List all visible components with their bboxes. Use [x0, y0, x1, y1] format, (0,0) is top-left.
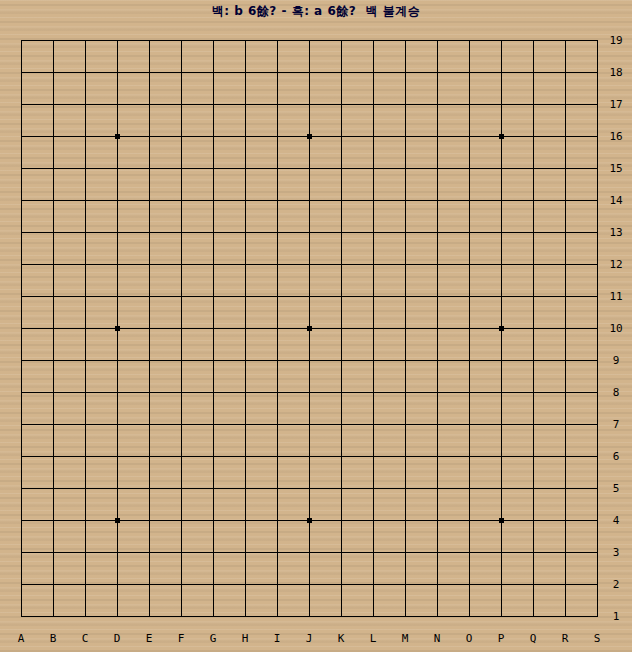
board-cell[interactable]: [453, 600, 485, 632]
board-cell[interactable]: [101, 312, 133, 344]
board-cell[interactable]: [229, 88, 261, 120]
board-cell[interactable]: [229, 376, 261, 408]
board-cell[interactable]: [549, 472, 581, 504]
board-cell[interactable]: [261, 440, 293, 472]
board-cell[interactable]: [101, 216, 133, 248]
board-cell[interactable]: [5, 152, 37, 184]
board-cell[interactable]: [261, 376, 293, 408]
board-cell[interactable]: [517, 120, 549, 152]
board-cell[interactable]: [101, 600, 133, 632]
board-cell[interactable]: [37, 600, 69, 632]
board-cell[interactable]: [101, 376, 133, 408]
board-cell[interactable]: [37, 568, 69, 600]
board-cell[interactable]: [197, 216, 229, 248]
board-cell[interactable]: [165, 408, 197, 440]
board-cell[interactable]: [229, 504, 261, 536]
board-cell[interactable]: [389, 280, 421, 312]
board-cell[interactable]: [197, 376, 229, 408]
board-cell[interactable]: [421, 600, 453, 632]
board-cell[interactable]: [453, 88, 485, 120]
board-cell[interactable]: [261, 88, 293, 120]
board-cell[interactable]: [517, 408, 549, 440]
board-cell[interactable]: [229, 56, 261, 88]
board-cell[interactable]: [101, 568, 133, 600]
board-cell[interactable]: [101, 120, 133, 152]
board-cell[interactable]: [165, 472, 197, 504]
board-cell[interactable]: [229, 408, 261, 440]
board-cell[interactable]: [485, 408, 517, 440]
board-cell[interactable]: [37, 152, 69, 184]
board-cell[interactable]: [389, 440, 421, 472]
board-cell[interactable]: [165, 344, 197, 376]
board-cell[interactable]: [549, 152, 581, 184]
board-cell[interactable]: [485, 88, 517, 120]
board-cell[interactable]: [261, 568, 293, 600]
board-cell[interactable]: [133, 440, 165, 472]
board-cell[interactable]: [165, 440, 197, 472]
board-cell[interactable]: [357, 88, 389, 120]
board-cell[interactable]: [197, 56, 229, 88]
board-cell[interactable]: [453, 280, 485, 312]
board-cell[interactable]: [293, 408, 325, 440]
board-cell[interactable]: [421, 56, 453, 88]
board-cell[interactable]: [229, 184, 261, 216]
board-cell[interactable]: [69, 312, 101, 344]
board-cell[interactable]: [133, 280, 165, 312]
board-cell[interactable]: [293, 56, 325, 88]
board-cell[interactable]: [261, 504, 293, 536]
board-cell[interactable]: [453, 568, 485, 600]
board-cell[interactable]: [37, 120, 69, 152]
board-cell[interactable]: [5, 24, 37, 56]
board-cell[interactable]: [37, 248, 69, 280]
board-cell[interactable]: [357, 344, 389, 376]
board-cell[interactable]: [37, 408, 69, 440]
board-cell[interactable]: [37, 312, 69, 344]
board-cell[interactable]: [101, 184, 133, 216]
board-cell[interactable]: [453, 56, 485, 88]
board-cell[interactable]: [517, 440, 549, 472]
board-cell[interactable]: [5, 88, 37, 120]
board-cell[interactable]: [549, 280, 581, 312]
board-cell[interactable]: [549, 408, 581, 440]
board-cell[interactable]: [165, 312, 197, 344]
board-cell[interactable]: [485, 216, 517, 248]
board-cell[interactable]: [517, 24, 549, 56]
board-cell[interactable]: [197, 280, 229, 312]
board-cell[interactable]: [421, 376, 453, 408]
board-cell[interactable]: [517, 248, 549, 280]
board-cell[interactable]: [101, 440, 133, 472]
board-cell[interactable]: [37, 344, 69, 376]
board-cell[interactable]: [421, 216, 453, 248]
board-cell[interactable]: [389, 376, 421, 408]
board-cell[interactable]: [261, 216, 293, 248]
board-cell[interactable]: [165, 248, 197, 280]
board-cell[interactable]: [133, 56, 165, 88]
board-cell[interactable]: [421, 408, 453, 440]
board-cell[interactable]: [37, 440, 69, 472]
board-cell[interactable]: [325, 88, 357, 120]
board-cell[interactable]: [293, 472, 325, 504]
board-cell[interactable]: [453, 312, 485, 344]
board-cell[interactable]: [293, 504, 325, 536]
board-cell[interactable]: [453, 472, 485, 504]
board-cell[interactable]: [5, 216, 37, 248]
board-cell[interactable]: [133, 344, 165, 376]
board-cell[interactable]: [421, 280, 453, 312]
board-cell[interactable]: [101, 536, 133, 568]
board-cell[interactable]: [389, 504, 421, 536]
board-cell[interactable]: [5, 184, 37, 216]
board-cell[interactable]: [101, 88, 133, 120]
board-cell[interactable]: [69, 440, 101, 472]
board-cell[interactable]: [133, 600, 165, 632]
board-cell[interactable]: [325, 248, 357, 280]
board-cell[interactable]: [165, 152, 197, 184]
board-cell[interactable]: [133, 472, 165, 504]
board-cell[interactable]: [165, 600, 197, 632]
board-cell[interactable]: [357, 24, 389, 56]
board-cell[interactable]: [421, 24, 453, 56]
board-cell[interactable]: [453, 184, 485, 216]
board-cell[interactable]: [549, 120, 581, 152]
board-cell[interactable]: [453, 344, 485, 376]
board-cell[interactable]: [133, 408, 165, 440]
board-cell[interactable]: [389, 184, 421, 216]
board-cell[interactable]: [101, 472, 133, 504]
board-cell[interactable]: [389, 344, 421, 376]
board-cell[interactable]: [517, 376, 549, 408]
board-cell[interactable]: [325, 568, 357, 600]
board-cell[interactable]: [69, 472, 101, 504]
board-cell[interactable]: [517, 568, 549, 600]
board-cell[interactable]: [165, 568, 197, 600]
board-cell[interactable]: [261, 472, 293, 504]
board-cell[interactable]: [517, 216, 549, 248]
board-cell[interactable]: [133, 376, 165, 408]
board-cell[interactable]: [485, 504, 517, 536]
board-cell[interactable]: [549, 440, 581, 472]
board-cell[interactable]: [549, 24, 581, 56]
board-cell[interactable]: [5, 120, 37, 152]
board-cell[interactable]: [357, 600, 389, 632]
board-cell[interactable]: [357, 216, 389, 248]
board-cell[interactable]: [165, 56, 197, 88]
board-cell[interactable]: [517, 152, 549, 184]
board-cell[interactable]: [293, 184, 325, 216]
board-cell[interactable]: [37, 504, 69, 536]
board-cell[interactable]: [37, 536, 69, 568]
board-cell[interactable]: [69, 120, 101, 152]
board-cell[interactable]: [5, 56, 37, 88]
board-cell[interactable]: [325, 440, 357, 472]
board-cell[interactable]: [517, 600, 549, 632]
board-cell[interactable]: [485, 472, 517, 504]
board-cell[interactable]: [101, 152, 133, 184]
board-cell[interactable]: [325, 344, 357, 376]
board-cell[interactable]: [133, 120, 165, 152]
board-cell[interactable]: [293, 568, 325, 600]
board-cell[interactable]: [197, 312, 229, 344]
board-cell[interactable]: [229, 152, 261, 184]
board-cell[interactable]: [133, 216, 165, 248]
board-cell[interactable]: [517, 184, 549, 216]
board-cell[interactable]: [261, 408, 293, 440]
board-cell[interactable]: [389, 216, 421, 248]
board-cell[interactable]: [5, 472, 37, 504]
board-cell[interactable]: [165, 184, 197, 216]
board-cell[interactable]: [485, 344, 517, 376]
board-cell[interactable]: [69, 24, 101, 56]
board-cell[interactable]: [69, 152, 101, 184]
board-cell[interactable]: [453, 504, 485, 536]
board-cell[interactable]: [197, 536, 229, 568]
board-cell[interactable]: [325, 408, 357, 440]
board-cell[interactable]: [453, 408, 485, 440]
board-cell[interactable]: [165, 120, 197, 152]
board-cell[interactable]: [261, 248, 293, 280]
board-cell[interactable]: [197, 440, 229, 472]
board-cell[interactable]: [357, 376, 389, 408]
board-cell[interactable]: [37, 280, 69, 312]
board-cell[interactable]: [293, 248, 325, 280]
board-cell[interactable]: [261, 24, 293, 56]
board-cell[interactable]: [197, 600, 229, 632]
board-cell[interactable]: [261, 120, 293, 152]
board-cell[interactable]: [389, 568, 421, 600]
board-cell[interactable]: [357, 184, 389, 216]
board-cell[interactable]: [37, 24, 69, 56]
board-cell[interactable]: [197, 120, 229, 152]
board-cell[interactable]: [485, 248, 517, 280]
board-cell[interactable]: [229, 600, 261, 632]
board-cell[interactable]: [517, 56, 549, 88]
board-cell[interactable]: [101, 504, 133, 536]
board-cell[interactable]: [357, 120, 389, 152]
board-cell[interactable]: [37, 216, 69, 248]
board-cell[interactable]: [229, 280, 261, 312]
board-cell[interactable]: [389, 408, 421, 440]
board-cell[interactable]: [5, 536, 37, 568]
board-cell[interactable]: [293, 216, 325, 248]
board-cell[interactable]: [229, 248, 261, 280]
board-cell[interactable]: [453, 440, 485, 472]
board-cell[interactable]: [485, 152, 517, 184]
board-cell[interactable]: [69, 184, 101, 216]
board-cell[interactable]: [325, 312, 357, 344]
board-cell[interactable]: [165, 24, 197, 56]
board-cell[interactable]: [325, 472, 357, 504]
board-cell[interactable]: [549, 344, 581, 376]
board-cell[interactable]: [485, 440, 517, 472]
board-cell[interactable]: [37, 88, 69, 120]
board-cell[interactable]: [325, 600, 357, 632]
board-cell[interactable]: [5, 248, 37, 280]
board-cell[interactable]: [229, 536, 261, 568]
board-cell[interactable]: [229, 312, 261, 344]
board-cell[interactable]: [101, 280, 133, 312]
board-cell[interactable]: [5, 568, 37, 600]
board-cell[interactable]: [549, 216, 581, 248]
board-cell[interactable]: [421, 344, 453, 376]
board-cell[interactable]: [453, 120, 485, 152]
board-cell[interactable]: [229, 120, 261, 152]
board-cell[interactable]: [389, 24, 421, 56]
board-cell[interactable]: [357, 568, 389, 600]
board-cell[interactable]: [517, 504, 549, 536]
board-cell[interactable]: [261, 152, 293, 184]
board-cell[interactable]: [165, 216, 197, 248]
board-cell[interactable]: [325, 120, 357, 152]
board-cell[interactable]: [517, 312, 549, 344]
board-cell[interactable]: [453, 216, 485, 248]
board-cell[interactable]: [389, 600, 421, 632]
board-cell[interactable]: [325, 56, 357, 88]
board-cell[interactable]: [261, 184, 293, 216]
board-cell[interactable]: [261, 600, 293, 632]
board-cell[interactable]: [133, 312, 165, 344]
board-cell[interactable]: [261, 56, 293, 88]
board-cell[interactable]: [197, 152, 229, 184]
board-cell[interactable]: [5, 408, 37, 440]
board-cell[interactable]: [485, 376, 517, 408]
board-cell[interactable]: [485, 568, 517, 600]
board-cell[interactable]: [485, 280, 517, 312]
board-cell[interactable]: [293, 440, 325, 472]
board-cell[interactable]: [357, 440, 389, 472]
board-cell[interactable]: [229, 472, 261, 504]
board-cell[interactable]: [229, 440, 261, 472]
board-cell[interactable]: [293, 280, 325, 312]
board-cell[interactable]: [69, 280, 101, 312]
board-cell[interactable]: [101, 56, 133, 88]
board-cell[interactable]: [229, 24, 261, 56]
board-cell[interactable]: [421, 472, 453, 504]
board-cell[interactable]: [325, 216, 357, 248]
board-cell[interactable]: [357, 280, 389, 312]
board-cell[interactable]: [325, 376, 357, 408]
board-cell[interactable]: [485, 536, 517, 568]
board-cell[interactable]: [133, 568, 165, 600]
board-cell[interactable]: [357, 248, 389, 280]
board-cell[interactable]: [517, 472, 549, 504]
board-cell[interactable]: [325, 24, 357, 56]
board-cell[interactable]: [293, 120, 325, 152]
board-cell[interactable]: [453, 24, 485, 56]
board-cell[interactable]: [389, 88, 421, 120]
board-cell[interactable]: [293, 376, 325, 408]
board-cell[interactable]: [69, 344, 101, 376]
board-cell[interactable]: [357, 504, 389, 536]
board-cell[interactable]: [549, 568, 581, 600]
board-cell[interactable]: [517, 536, 549, 568]
board-cell[interactable]: [165, 280, 197, 312]
board-cell[interactable]: [5, 600, 37, 632]
board-cell[interactable]: [101, 24, 133, 56]
board-cell[interactable]: [325, 152, 357, 184]
board-cell[interactable]: [165, 536, 197, 568]
board-cell[interactable]: [5, 280, 37, 312]
board-cell[interactable]: [133, 24, 165, 56]
board-cell[interactable]: [517, 280, 549, 312]
board-cell[interactable]: [229, 216, 261, 248]
board-cell[interactable]: [453, 536, 485, 568]
board-cell[interactable]: [357, 56, 389, 88]
board-cell[interactable]: [133, 152, 165, 184]
board-cell[interactable]: [133, 248, 165, 280]
board-cell[interactable]: [421, 248, 453, 280]
board-cell[interactable]: [197, 504, 229, 536]
board-cell[interactable]: [101, 408, 133, 440]
board-cell[interactable]: [325, 280, 357, 312]
board-cell[interactable]: [197, 88, 229, 120]
board-cell[interactable]: [197, 184, 229, 216]
board-cell[interactable]: [69, 600, 101, 632]
board-cell[interactable]: [261, 280, 293, 312]
board-cell[interactable]: [37, 56, 69, 88]
board-cell[interactable]: [69, 536, 101, 568]
board-cell[interactable]: [197, 248, 229, 280]
board-cell[interactable]: [549, 504, 581, 536]
board-cell[interactable]: [293, 88, 325, 120]
board-cell[interactable]: [261, 344, 293, 376]
board-cell[interactable]: [453, 248, 485, 280]
board-cell[interactable]: [197, 472, 229, 504]
board-cell[interactable]: [517, 88, 549, 120]
board-cell[interactable]: [357, 408, 389, 440]
board-cell[interactable]: [5, 376, 37, 408]
board-cell[interactable]: [5, 312, 37, 344]
board-cell[interactable]: [389, 312, 421, 344]
board-cell[interactable]: [69, 248, 101, 280]
board-cell[interactable]: [421, 536, 453, 568]
board-cell[interactable]: [421, 184, 453, 216]
board-cell[interactable]: [549, 56, 581, 88]
board-cell[interactable]: [485, 184, 517, 216]
board-cell[interactable]: [421, 152, 453, 184]
board-cell[interactable]: [133, 184, 165, 216]
board-cell[interactable]: [133, 504, 165, 536]
board-cell[interactable]: [357, 472, 389, 504]
board-cell[interactable]: [421, 88, 453, 120]
board-cell[interactable]: [389, 56, 421, 88]
board-cell[interactable]: [5, 440, 37, 472]
board-cell[interactable]: [389, 248, 421, 280]
board-cell[interactable]: [421, 312, 453, 344]
board-cell[interactable]: [421, 440, 453, 472]
board-cell[interactable]: [69, 376, 101, 408]
board-cell[interactable]: [69, 216, 101, 248]
board-cell[interactable]: [549, 184, 581, 216]
board-cell[interactable]: [197, 24, 229, 56]
board-cell[interactable]: [549, 600, 581, 632]
board-cell[interactable]: [229, 568, 261, 600]
board-cell[interactable]: [293, 536, 325, 568]
board-cell[interactable]: [325, 184, 357, 216]
board-cell[interactable]: [389, 152, 421, 184]
board-cell[interactable]: [421, 120, 453, 152]
board-cell[interactable]: [69, 408, 101, 440]
board-cell[interactable]: [5, 344, 37, 376]
board-cell[interactable]: [293, 312, 325, 344]
board-cell[interactable]: [261, 536, 293, 568]
board-cell[interactable]: [5, 504, 37, 536]
board-cell[interactable]: [69, 568, 101, 600]
board-cell[interactable]: [69, 88, 101, 120]
board-cell[interactable]: [485, 600, 517, 632]
board-cell[interactable]: [229, 344, 261, 376]
